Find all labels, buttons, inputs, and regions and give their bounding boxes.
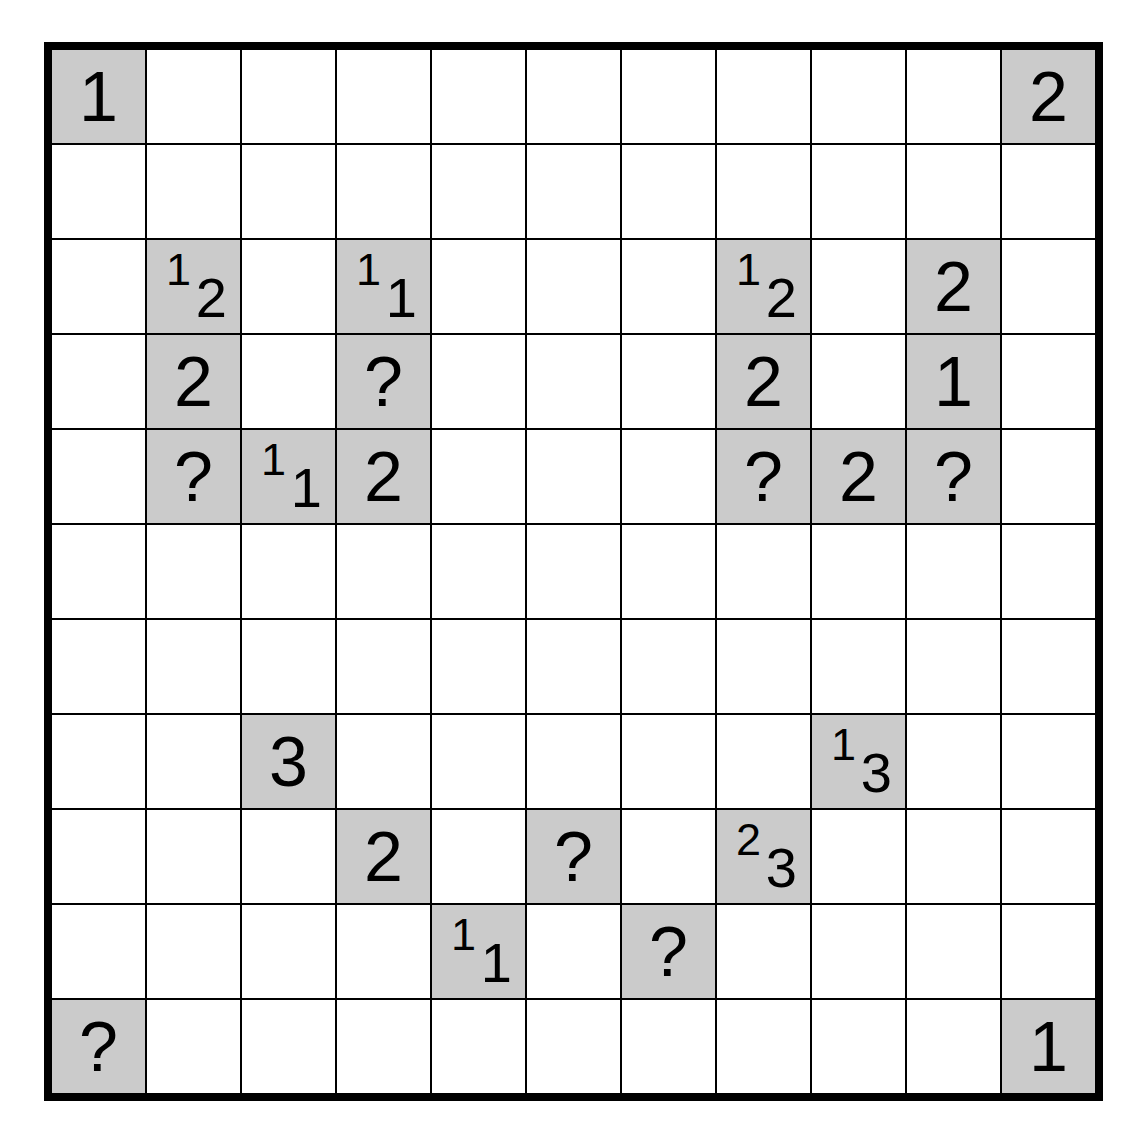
question-mark-clue: ? — [934, 442, 973, 512]
cell-r9c7[interactable] — [717, 905, 810, 998]
cell-r8c10[interactable] — [1002, 810, 1095, 903]
clue-cell-r10c0: ? — [52, 1000, 145, 1093]
cell-r6c7[interactable] — [717, 620, 810, 713]
cell-r7c3[interactable] — [337, 715, 430, 808]
cell-r3c5[interactable] — [527, 335, 620, 428]
cell-r2c5[interactable] — [527, 240, 620, 333]
clue-superscript: 1 — [451, 912, 476, 957]
cell-r6c0[interactable] — [52, 620, 145, 713]
clue-number: 2 — [196, 270, 227, 326]
clue-number: 3 — [861, 745, 892, 801]
cell-r9c3[interactable] — [337, 905, 430, 998]
clue-cell-r2c3: 11 — [337, 240, 430, 333]
cell-r10c9[interactable] — [907, 1000, 1000, 1093]
clue-number: 1 — [481, 935, 512, 991]
clue-cell-r3c3: ? — [337, 335, 430, 428]
clue-cell-r2c7: 12 — [717, 240, 810, 333]
cell-r6c10[interactable] — [1002, 620, 1095, 713]
clue-cell-r8c3: 2 — [337, 810, 430, 903]
clue-cell-r9c4: 11 — [432, 905, 525, 998]
cell-r1c0[interactable] — [52, 145, 145, 238]
cell-r0c2[interactable] — [242, 50, 335, 143]
cell-r6c2[interactable] — [242, 620, 335, 713]
cell-r5c5[interactable] — [527, 525, 620, 618]
cell-r6c9[interactable] — [907, 620, 1000, 713]
cell-r10c6[interactable] — [622, 1000, 715, 1093]
question-mark-clue: ? — [79, 1012, 118, 1082]
cell-r10c2[interactable] — [242, 1000, 335, 1093]
cell-r9c10[interactable] — [1002, 905, 1095, 998]
cell-r5c7[interactable] — [717, 525, 810, 618]
cell-r5c0[interactable] — [52, 525, 145, 618]
cell-r4c6[interactable] — [622, 430, 715, 523]
clue-superscript: 1 — [736, 247, 761, 292]
cell-r10c4[interactable] — [432, 1000, 525, 1093]
cell-r5c3[interactable] — [337, 525, 430, 618]
clue-cell-r3c9: 1 — [907, 335, 1000, 428]
cell-r7c10[interactable] — [1002, 715, 1095, 808]
cell-r7c1[interactable] — [147, 715, 240, 808]
cell-r6c8[interactable] — [812, 620, 905, 713]
cell-r7c5[interactable] — [527, 715, 620, 808]
clue-number: 2 — [766, 270, 797, 326]
cell-r9c0[interactable] — [52, 905, 145, 998]
cell-r10c5[interactable] — [527, 1000, 620, 1093]
clue-cell-r4c1: ? — [147, 430, 240, 523]
clue-cell-r3c1: 2 — [147, 335, 240, 428]
question-mark-clue: ? — [554, 822, 593, 892]
clue-cell-r4c3: 2 — [337, 430, 430, 523]
cell-r1c4[interactable] — [432, 145, 525, 238]
clue-superscript: 2 — [736, 817, 761, 862]
cell-r3c6[interactable] — [622, 335, 715, 428]
clue-number: 2 — [934, 252, 973, 322]
clue-cell-r2c1: 12 — [147, 240, 240, 333]
clue-number: 2 — [744, 347, 783, 417]
cell-r9c9[interactable] — [907, 905, 1000, 998]
clue-superscript: 1 — [356, 247, 381, 292]
clue-cell-r8c5: ? — [527, 810, 620, 903]
cell-r3c10[interactable] — [1002, 335, 1095, 428]
cell-r0c8[interactable] — [812, 50, 905, 143]
cell-r0c1[interactable] — [147, 50, 240, 143]
cell-r8c4[interactable] — [432, 810, 525, 903]
clue-cell-r9c6: ? — [622, 905, 715, 998]
cell-r8c9[interactable] — [907, 810, 1000, 903]
cell-r10c1[interactable] — [147, 1000, 240, 1093]
clue-cell-r2c9: 2 — [907, 240, 1000, 333]
cell-r1c8[interactable] — [812, 145, 905, 238]
cell-r8c2[interactable] — [242, 810, 335, 903]
clue-cell-r4c9: ? — [907, 430, 1000, 523]
cell-r1c10[interactable] — [1002, 145, 1095, 238]
cell-r8c6[interactable] — [622, 810, 715, 903]
question-mark-clue: ? — [744, 442, 783, 512]
cell-r5c2[interactable] — [242, 525, 335, 618]
cell-r4c4[interactable] — [432, 430, 525, 523]
cell-r10c7[interactable] — [717, 1000, 810, 1093]
cell-r0c9[interactable] — [907, 50, 1000, 143]
cell-r9c2[interactable] — [242, 905, 335, 998]
cell-r5c9[interactable] — [907, 525, 1000, 618]
cell-r3c2[interactable] — [242, 335, 335, 428]
cell-r8c8[interactable] — [812, 810, 905, 903]
clue-number: 1 — [79, 62, 118, 132]
cell-r7c6[interactable] — [622, 715, 715, 808]
cell-r5c8[interactable] — [812, 525, 905, 618]
cell-r4c10[interactable] — [1002, 430, 1095, 523]
cell-r4c5[interactable] — [527, 430, 620, 523]
clue-superscript: 1 — [831, 722, 856, 767]
cell-r2c4[interactable] — [432, 240, 525, 333]
cell-r0c7[interactable] — [717, 50, 810, 143]
cell-r1c5[interactable] — [527, 145, 620, 238]
cell-r2c0[interactable] — [52, 240, 145, 333]
cell-r5c1[interactable] — [147, 525, 240, 618]
cell-r2c8[interactable] — [812, 240, 905, 333]
cell-r5c10[interactable] — [1002, 525, 1095, 618]
cell-r8c1[interactable] — [147, 810, 240, 903]
cell-r3c0[interactable] — [52, 335, 145, 428]
cell-r10c8[interactable] — [812, 1000, 905, 1093]
cell-r1c7[interactable] — [717, 145, 810, 238]
clue-number: 1 — [386, 270, 417, 326]
cell-r2c2[interactable] — [242, 240, 335, 333]
cell-r0c6[interactable] — [622, 50, 715, 143]
cell-r0c4[interactable] — [432, 50, 525, 143]
clue-cell-r4c2: 11 — [242, 430, 335, 523]
clue-cell-r8c7: 23 — [717, 810, 810, 903]
cell-r4c0[interactable] — [52, 430, 145, 523]
clue-cell-r4c8: 2 — [812, 430, 905, 523]
clue-cell-r0c0: 1 — [52, 50, 145, 143]
puzzle-board: 1212111222?21?112?2?3132?2311??1 — [44, 42, 1103, 1101]
clue-number: 1 — [1029, 1012, 1068, 1082]
clue-number: 1 — [934, 347, 973, 417]
cell-r6c5[interactable] — [527, 620, 620, 713]
clue-cell-r7c2: 3 — [242, 715, 335, 808]
clue-cell-r3c7: 2 — [717, 335, 810, 428]
cell-r9c1[interactable] — [147, 905, 240, 998]
clue-number: 2 — [364, 822, 403, 892]
question-mark-clue: ? — [364, 347, 403, 417]
clue-number: 2 — [839, 442, 878, 512]
cell-r1c3[interactable] — [337, 145, 430, 238]
cell-r3c4[interactable] — [432, 335, 525, 428]
question-mark-clue: ? — [174, 442, 213, 512]
clue-superscript: 1 — [261, 437, 286, 482]
cell-r1c9[interactable] — [907, 145, 1000, 238]
cell-r9c8[interactable] — [812, 905, 905, 998]
clue-cell-r7c8: 13 — [812, 715, 905, 808]
cell-r0c3[interactable] — [337, 50, 430, 143]
clue-number: 2 — [1029, 62, 1068, 132]
clue-cell-r0c10: 2 — [1002, 50, 1095, 143]
cell-r1c6[interactable] — [622, 145, 715, 238]
cell-r7c4[interactable] — [432, 715, 525, 808]
cell-r8c0[interactable] — [52, 810, 145, 903]
clue-number: 3 — [269, 727, 308, 797]
clue-cell-r10c10: 1 — [1002, 1000, 1095, 1093]
clue-superscript: 1 — [166, 247, 191, 292]
cell-r0c5[interactable] — [527, 50, 620, 143]
cell-r6c6[interactable] — [622, 620, 715, 713]
cell-r5c4[interactable] — [432, 525, 525, 618]
cell-r1c2[interactable] — [242, 145, 335, 238]
cell-r7c7[interactable] — [717, 715, 810, 808]
cell-r7c9[interactable] — [907, 715, 1000, 808]
cell-r1c1[interactable] — [147, 145, 240, 238]
clue-cell-r4c7: ? — [717, 430, 810, 523]
cell-r6c4[interactable] — [432, 620, 525, 713]
clue-number: 2 — [174, 347, 213, 417]
puzzle-grid: 1212111222?21?112?2?3132?2311??1 — [52, 50, 1095, 1093]
cell-r7c0[interactable] — [52, 715, 145, 808]
cell-r6c1[interactable] — [147, 620, 240, 713]
question-mark-clue: ? — [649, 917, 688, 987]
clue-number: 2 — [364, 442, 403, 512]
cell-r3c8[interactable] — [812, 335, 905, 428]
clue-number: 3 — [766, 840, 797, 896]
cell-r10c3[interactable] — [337, 1000, 430, 1093]
puzzle-page: 1212111222?21?112?2?3132?2311??1 — [0, 0, 1140, 1140]
cell-r9c5[interactable] — [527, 905, 620, 998]
cell-r2c10[interactable] — [1002, 240, 1095, 333]
clue-number: 1 — [291, 460, 322, 516]
cell-r6c3[interactable] — [337, 620, 430, 713]
cell-r2c6[interactable] — [622, 240, 715, 333]
cell-r5c6[interactable] — [622, 525, 715, 618]
